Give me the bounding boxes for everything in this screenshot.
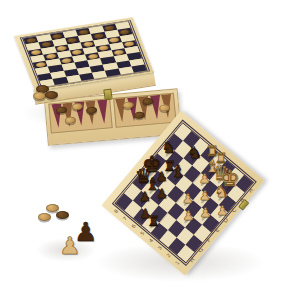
chess-piece-light-pawn: ♟ [182,209,194,222]
loose-checker-light [38,213,51,221]
chess-piece-light-pawn: ♟ [216,204,228,217]
loose-pawn-light: ♟ [59,234,81,258]
backgammon-point [97,99,109,124]
chess-piece-dark-pawn: ♟ [156,187,168,200]
backgammon-half [113,93,177,128]
chess-piece-dark-bishop: ♝ [170,164,185,181]
chess-piece-dark-knight: ♞ [188,145,202,161]
chess-piece-light-pawn: ♟ [199,207,211,220]
chess-piece-light-king: ♚ [219,168,239,190]
chess-piece-light-pawn: ♟ [199,189,211,202]
chess-piece-dark-rook: ♜ [147,214,160,228]
backgammon-half [48,98,112,133]
chess-piece-light-pawn: ♟ [182,192,194,205]
drawer-stacked-disc [33,92,46,100]
product-photo-scene: HGFEDCBA ♛♚♞♟♝♟♜♟♟♝♞♜♜♟♟♝♜♟♟♛♟♞♚♟ HGFEDC… [0,0,300,300]
chess-board: ♛♚♞♟♝♟♜♟♟♝♞♜♜♟♟♝♜♟♟♛♟♞♚♟ [115,122,255,263]
chess-piece-dark-knight: ♞ [162,140,176,156]
drawer-stacked-disc [45,91,58,99]
loose-checker-light [46,204,59,212]
loose-checker-dark [56,211,69,219]
box-latch-icon [103,88,112,100]
